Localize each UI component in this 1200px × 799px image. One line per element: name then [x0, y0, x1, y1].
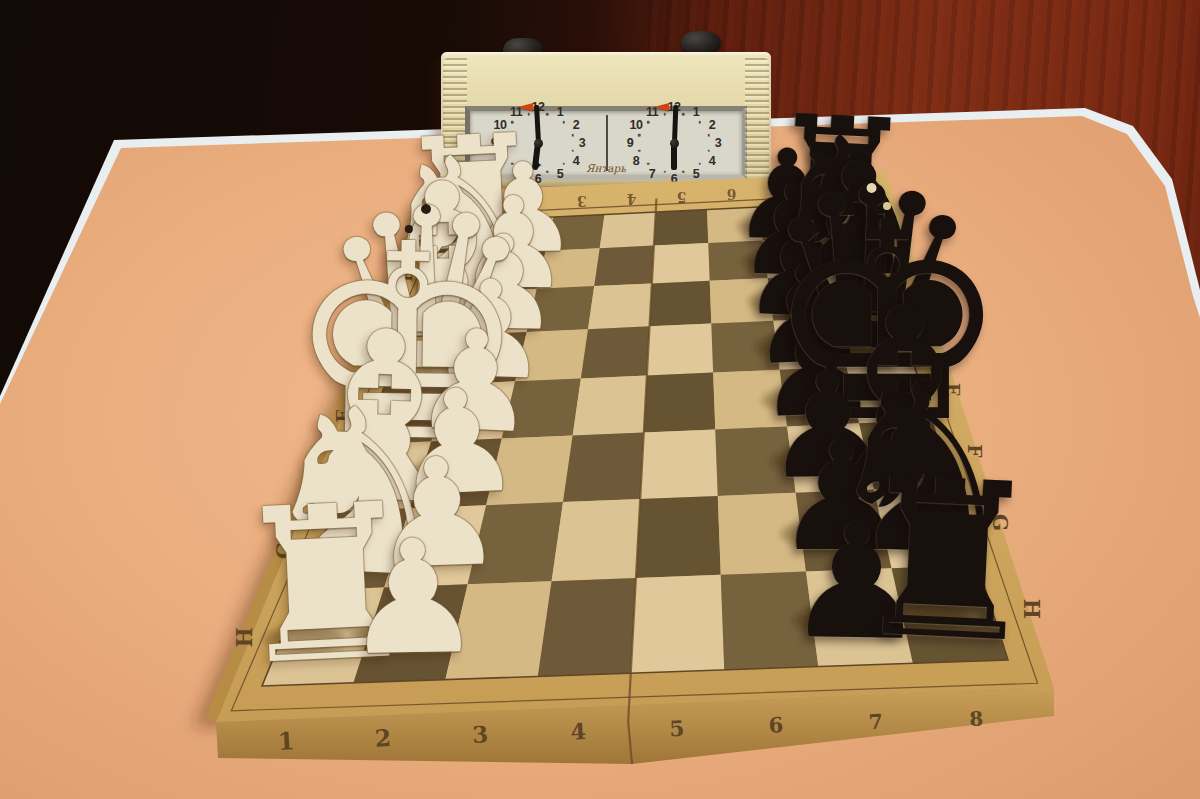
piece-wP-h2[interactable]: ♟ [334, 519, 493, 678]
piece-bR-h8[interactable]: ♜ [834, 448, 1061, 675]
piece-finial [405, 225, 413, 233]
scene: 121234567891011✦ 121234567891011✦ Янтарь… [0, 0, 1200, 799]
pieces-layer: ♜♟♟♜♞♟♟♞♝♟♟♝♛♟♟♛♚♟♟♚♝♟♟♝♞♟♟♞♜♟♟♜ [0, 0, 1200, 799]
piece-finial [883, 202, 891, 210]
